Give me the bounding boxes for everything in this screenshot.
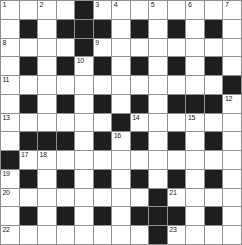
cell-r2-c12[interactable]: [223, 39, 241, 57]
block-cell-r11-c11: [205, 207, 223, 225]
block-cell-r9-c1: [20, 170, 38, 188]
cell-r1-c0[interactable]: [1, 20, 19, 38]
block-cell-r3-c3: [57, 57, 75, 75]
cell-r10-c12[interactable]: [223, 189, 241, 207]
cell-r5-c2[interactable]: [38, 95, 56, 113]
cell-r2-c0[interactable]: 8: [1, 39, 19, 57]
cell-r12-c7[interactable]: [131, 226, 149, 244]
clue-number-17: 17: [21, 151, 28, 159]
block-cell-r3-c9: [168, 57, 186, 75]
block-cell-r3-c5: [94, 57, 112, 75]
block-cell-r9-c7: [131, 170, 149, 188]
cell-r2-c3[interactable]: [57, 39, 75, 57]
cell-r10-c0[interactable]: 20: [1, 189, 19, 207]
block-cell-r1-c3: [57, 20, 75, 38]
block-cell-r9-c9: [168, 170, 186, 188]
cell-r0-c9[interactable]: [168, 1, 186, 19]
cell-r11-c12[interactable]: [223, 207, 241, 225]
cell-r7-c10[interactable]: [186, 132, 204, 150]
block-cell-r5-c9: [168, 95, 186, 113]
clue-number-22: 22: [3, 226, 10, 234]
block-cell-r5-c1: [20, 95, 38, 113]
cell-r4-c3[interactable]: [57, 76, 75, 94]
cell-r0-c0[interactable]: 1: [1, 1, 19, 19]
cell-r2-c11[interactable]: [205, 39, 223, 57]
clue-number-13: 13: [3, 114, 10, 122]
crossword-board: 1234567891011121314151617181920212223: [0, 0, 242, 245]
cell-r12-c9[interactable]: 23: [168, 226, 186, 244]
block-cell-r7-c11: [205, 132, 223, 150]
cell-r6-c2[interactable]: [38, 114, 56, 132]
cell-r1-c2[interactable]: [38, 20, 56, 38]
cell-r10-c1[interactable]: [20, 189, 38, 207]
block-cell-r11-c5: [94, 207, 112, 225]
cell-r2-c10[interactable]: [186, 39, 204, 57]
cell-r8-c2[interactable]: 18: [38, 151, 56, 169]
cell-r6-c12[interactable]: [223, 114, 241, 132]
cell-r7-c12[interactable]: [223, 132, 241, 150]
cell-r2-c8[interactable]: [149, 39, 167, 57]
cell-r4-c10[interactable]: [186, 76, 204, 94]
cell-r4-c0[interactable]: 11: [1, 76, 19, 94]
block-cell-r7-c3: [57, 132, 75, 150]
block-cell-r10-c8: [149, 189, 167, 207]
cell-r4-c11[interactable]: [205, 76, 223, 94]
cell-r4-c8[interactable]: [149, 76, 167, 94]
block-cell-r1-c7: [131, 20, 149, 38]
cell-r0-c5[interactable]: 3: [94, 1, 112, 19]
block-cell-r1-c9: [168, 20, 186, 38]
block-cell-r3-c11: [205, 57, 223, 75]
cell-r9-c4[interactable]: [75, 170, 93, 188]
cell-r12-c0[interactable]: 22: [1, 226, 19, 244]
cell-r6-c0[interactable]: 13: [1, 114, 19, 132]
cell-r1-c6[interactable]: [112, 20, 130, 38]
block-cell-r7-c1: [20, 132, 38, 150]
cell-r11-c0[interactable]: [1, 207, 19, 225]
block-cell-r5-c7: [131, 95, 149, 113]
cell-r11-c2[interactable]: [38, 207, 56, 225]
cell-r8-c5[interactable]: [94, 151, 112, 169]
cell-r5-c6[interactable]: [112, 95, 130, 113]
cell-r12-c5[interactable]: [94, 226, 112, 244]
cell-r0-c10[interactable]: 6: [186, 1, 204, 19]
cell-r12-c6[interactable]: [112, 226, 130, 244]
block-cell-r1-c11: [205, 20, 223, 38]
block-cell-r3-c7: [131, 57, 149, 75]
cell-r10-c3[interactable]: [57, 189, 75, 207]
cell-r8-c12[interactable]: [223, 151, 241, 169]
cell-r8-c10[interactable]: [186, 151, 204, 169]
clue-number-14: 14: [132, 114, 139, 122]
cell-r12-c2[interactable]: [38, 226, 56, 244]
cell-r10-c9[interactable]: 21: [168, 189, 186, 207]
cell-r3-c6[interactable]: [112, 57, 130, 75]
cell-r2-c7[interactable]: [131, 39, 149, 57]
cell-r8-c9[interactable]: [168, 151, 186, 169]
block-cell-r1-c4: [75, 20, 93, 38]
cell-r8-c4[interactable]: [75, 151, 93, 169]
cell-r2-c9[interactable]: [168, 39, 186, 57]
block-cell-r12-c8: [149, 226, 167, 244]
cell-r0-c11[interactable]: [205, 1, 223, 19]
cell-r7-c4[interactable]: [75, 132, 93, 150]
cell-r0-c1[interactable]: [20, 1, 38, 19]
cell-r3-c8[interactable]: [149, 57, 167, 75]
block-cell-r9-c11: [205, 170, 223, 188]
cell-r0-c7[interactable]: [131, 1, 149, 19]
clue-number-11: 11: [3, 76, 10, 84]
clue-number-4: 4: [114, 1, 118, 9]
cell-r0-c6[interactable]: 4: [112, 1, 130, 19]
block-cell-r11-c9: [168, 207, 186, 225]
cell-r12-c12[interactable]: [223, 226, 241, 244]
cell-r3-c4[interactable]: 10: [75, 57, 93, 75]
block-cell-r11-c8: [149, 207, 167, 225]
block-cell-r11-c3: [57, 207, 75, 225]
cell-r0-c3[interactable]: [57, 1, 75, 19]
clue-number-6: 6: [188, 1, 192, 9]
cell-r11-c10[interactable]: [186, 207, 204, 225]
cell-r6-c5[interactable]: [94, 114, 112, 132]
clue-number-10: 10: [77, 57, 84, 65]
cell-r6-c11[interactable]: [205, 114, 223, 132]
cell-r6-c8[interactable]: [149, 114, 167, 132]
cell-r0-c2[interactable]: 2: [38, 1, 56, 19]
cell-r9-c2[interactable]: [38, 170, 56, 188]
block-cell-r3-c1: [20, 57, 38, 75]
cell-r7-c0[interactable]: [1, 132, 19, 150]
cell-r6-c1[interactable]: [20, 114, 38, 132]
cell-r9-c12[interactable]: [223, 170, 241, 188]
cell-r1-c12[interactable]: [223, 20, 241, 38]
cell-r4-c7[interactable]: [131, 76, 149, 94]
clue-number-21: 21: [169, 189, 176, 197]
block-cell-r5-c10: [186, 95, 204, 113]
cell-r6-c10[interactable]: 15: [186, 114, 204, 132]
cell-r4-c2[interactable]: [38, 76, 56, 94]
block-cell-r9-c5: [94, 170, 112, 188]
clue-number-20: 20: [3, 189, 10, 197]
clue-number-7: 7: [225, 1, 229, 9]
clue-number-5: 5: [151, 1, 155, 9]
block-cell-r9-c3: [57, 170, 75, 188]
cell-r0-c8[interactable]: 5: [149, 1, 167, 19]
cell-r12-c11[interactable]: [205, 226, 223, 244]
cell-r6-c4[interactable]: [75, 114, 93, 132]
block-cell-r6-c6: [112, 114, 130, 132]
cell-r10-c10[interactable]: [186, 189, 204, 207]
cell-r5-c4[interactable]: [75, 95, 93, 113]
cell-r2-c6[interactable]: [112, 39, 130, 57]
clue-number-16: 16: [114, 132, 121, 140]
cell-r2-c5[interactable]: 9: [94, 39, 112, 57]
cell-r9-c0[interactable]: 19: [1, 170, 19, 188]
block-cell-r2-c4: [75, 39, 93, 57]
block-cell-r7-c7: [131, 132, 149, 150]
cell-r9-c6[interactable]: [112, 170, 130, 188]
clue-number-15: 15: [188, 114, 195, 122]
clue-number-12: 12: [225, 95, 232, 103]
cell-r1-c10[interactable]: [186, 20, 204, 38]
clue-number-3: 3: [95, 1, 99, 9]
cell-r10-c4[interactable]: [75, 189, 93, 207]
cell-r8-c3[interactable]: [57, 151, 75, 169]
cell-r10-c2[interactable]: [38, 189, 56, 207]
cell-r4-c6[interactable]: [112, 76, 130, 94]
block-cell-r11-c7: [131, 207, 149, 225]
block-cell-r4-c12: [223, 76, 241, 94]
cell-r4-c1[interactable]: [20, 76, 38, 94]
block-cell-r1-c1: [20, 20, 38, 38]
cell-r6-c9[interactable]: [168, 114, 186, 132]
cell-r12-c1[interactable]: [20, 226, 38, 244]
clue-number-1: 1: [3, 1, 7, 9]
cell-r8-c1[interactable]: 17: [20, 151, 38, 169]
cell-r2-c2[interactable]: [38, 39, 56, 57]
cell-r11-c6[interactable]: [112, 207, 130, 225]
cell-r8-c11[interactable]: [205, 151, 223, 169]
cell-r9-c10[interactable]: [186, 170, 204, 188]
block-cell-r5-c5: [94, 95, 112, 113]
cell-r4-c4[interactable]: [75, 76, 93, 94]
cell-r3-c10[interactable]: [186, 57, 204, 75]
cell-r4-c9[interactable]: [168, 76, 186, 94]
cell-r5-c12[interactable]: 12: [223, 95, 241, 113]
cell-r5-c8[interactable]: [149, 95, 167, 113]
clue-number-18: 18: [40, 151, 47, 159]
clue-number-8: 8: [3, 39, 7, 47]
block-cell-r5-c3: [57, 95, 75, 113]
cell-r3-c2[interactable]: [38, 57, 56, 75]
cell-r7-c6[interactable]: 16: [112, 132, 130, 150]
block-cell-r7-c9: [168, 132, 186, 150]
cell-r10-c6[interactable]: [112, 189, 130, 207]
block-cell-r11-c1: [20, 207, 38, 225]
cell-r2-c1[interactable]: [20, 39, 38, 57]
cell-r1-c8[interactable]: [149, 20, 167, 38]
block-cell-r1-c5: [94, 20, 112, 38]
cell-r4-c5[interactable]: [94, 76, 112, 94]
cell-r0-c12[interactable]: 7: [223, 1, 241, 19]
cell-r7-c8[interactable]: [149, 132, 167, 150]
block-cell-r7-c2: [38, 132, 56, 150]
cell-r10-c11[interactable]: [205, 189, 223, 207]
cell-r3-c0[interactable]: [1, 57, 19, 75]
block-cell-r7-c5: [94, 132, 112, 150]
cell-r11-c4[interactable]: [75, 207, 93, 225]
cell-r10-c7[interactable]: [131, 189, 149, 207]
clue-number-2: 2: [40, 1, 44, 9]
clue-number-23: 23: [169, 226, 176, 234]
cell-r12-c3[interactable]: [57, 226, 75, 244]
block-cell-r0-c4: [75, 1, 93, 19]
crossword-grid: 1234567891011121314151617181920212223: [0, 0, 242, 245]
block-cell-r5-c11: [205, 95, 223, 113]
cell-r5-c0[interactable]: [1, 95, 19, 113]
cell-r8-c6[interactable]: [112, 151, 130, 169]
cell-r6-c7[interactable]: 14: [131, 114, 149, 132]
clue-number-19: 19: [3, 170, 10, 178]
cell-r3-c12[interactable]: [223, 57, 241, 75]
cell-r9-c8[interactable]: [149, 170, 167, 188]
cell-r8-c8[interactable]: [149, 151, 167, 169]
cell-r10-c5[interactable]: [94, 189, 112, 207]
cell-r8-c7[interactable]: [131, 151, 149, 169]
clue-number-9: 9: [95, 39, 99, 47]
cell-r6-c3[interactable]: [57, 114, 75, 132]
block-cell-r8-c0: [1, 151, 19, 169]
cell-r12-c4[interactable]: [75, 226, 93, 244]
cell-r12-c10[interactable]: [186, 226, 204, 244]
